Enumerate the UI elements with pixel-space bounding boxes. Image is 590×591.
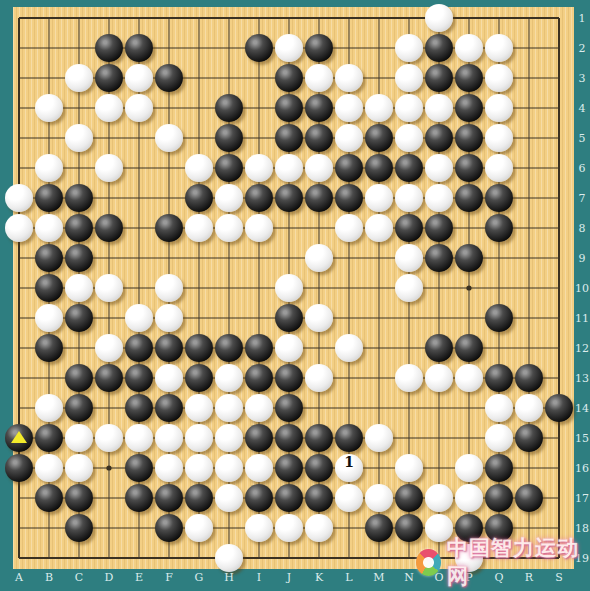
black-stone-Q7[interactable] bbox=[485, 184, 513, 212]
black-stone-D3[interactable] bbox=[95, 64, 123, 92]
white-stone-J2[interactable] bbox=[275, 34, 303, 62]
white-stone-J10[interactable] bbox=[275, 274, 303, 302]
triangle-marker-icon bbox=[11, 431, 27, 443]
black-stone-O5[interactable] bbox=[425, 124, 453, 152]
row-label-10: 10 bbox=[575, 282, 589, 295]
black-stone-P5[interactable] bbox=[455, 124, 483, 152]
row-label-16: 16 bbox=[575, 462, 589, 475]
row-label-9: 9 bbox=[575, 252, 589, 265]
black-stone-D8[interactable] bbox=[95, 214, 123, 242]
white-stone-B8[interactable] bbox=[35, 214, 63, 242]
white-stone-Q15[interactable] bbox=[485, 424, 513, 452]
black-stone-R15[interactable] bbox=[515, 424, 543, 452]
black-stone-L6[interactable] bbox=[335, 154, 363, 182]
white-stone-D10[interactable] bbox=[95, 274, 123, 302]
black-stone-K16[interactable] bbox=[305, 454, 333, 482]
white-stone-E3[interactable] bbox=[125, 64, 153, 92]
black-stone-R17[interactable] bbox=[515, 484, 543, 512]
column-label-A: A bbox=[9, 571, 29, 584]
site-logo-text: 中国智力运动网 bbox=[447, 534, 590, 590]
column-label-D: D bbox=[99, 571, 119, 584]
white-stone-I18[interactable] bbox=[245, 514, 273, 542]
white-stone-L5[interactable] bbox=[335, 124, 363, 152]
white-stone-J18[interactable] bbox=[275, 514, 303, 542]
white-stone-P17[interactable] bbox=[455, 484, 483, 512]
black-stone-N17[interactable] bbox=[395, 484, 423, 512]
white-stone-N5[interactable] bbox=[395, 124, 423, 152]
black-stone-B7[interactable] bbox=[35, 184, 63, 212]
black-stone-F12[interactable] bbox=[155, 334, 183, 362]
white-stone-B16[interactable] bbox=[35, 454, 63, 482]
white-stone-P2[interactable] bbox=[455, 34, 483, 62]
white-stone-D12[interactable] bbox=[95, 334, 123, 362]
black-stone-N18[interactable] bbox=[395, 514, 423, 542]
white-stone-K6[interactable] bbox=[305, 154, 333, 182]
white-stone-G18[interactable] bbox=[185, 514, 213, 542]
move-number-label: 1 bbox=[335, 454, 363, 482]
black-stone-B17[interactable] bbox=[35, 484, 63, 512]
white-stone-N9[interactable] bbox=[395, 244, 423, 272]
white-stone-L17[interactable] bbox=[335, 484, 363, 512]
column-label-L: L bbox=[339, 571, 359, 584]
column-label-B: B bbox=[39, 571, 59, 584]
black-stone-N6[interactable] bbox=[395, 154, 423, 182]
black-stone-P7[interactable] bbox=[455, 184, 483, 212]
white-stone-K13[interactable] bbox=[305, 364, 333, 392]
white-stone-C10[interactable] bbox=[65, 274, 93, 302]
black-stone-Q11[interactable] bbox=[485, 304, 513, 332]
black-stone-O2[interactable] bbox=[425, 34, 453, 62]
black-stone-I7[interactable] bbox=[245, 184, 273, 212]
black-stone-G13[interactable] bbox=[185, 364, 213, 392]
white-stone-F5[interactable] bbox=[155, 124, 183, 152]
mind-sports-network-logo-icon bbox=[416, 549, 441, 576]
white-stone-D6[interactable] bbox=[95, 154, 123, 182]
black-stone-C11[interactable] bbox=[65, 304, 93, 332]
white-stone-N2[interactable] bbox=[395, 34, 423, 62]
black-stone-C8[interactable] bbox=[65, 214, 93, 242]
row-label-15: 15 bbox=[575, 432, 589, 445]
white-stone-Q2[interactable] bbox=[485, 34, 513, 62]
black-stone-P12[interactable] bbox=[455, 334, 483, 362]
black-stone-F3[interactable] bbox=[155, 64, 183, 92]
white-stone-L4[interactable] bbox=[335, 94, 363, 122]
black-stone-K4[interactable] bbox=[305, 94, 333, 122]
white-stone-E4[interactable] bbox=[125, 94, 153, 122]
white-stone-C3[interactable] bbox=[65, 64, 93, 92]
white-stone-B14[interactable] bbox=[35, 394, 63, 422]
black-stone-E14[interactable] bbox=[125, 394, 153, 422]
black-stone-J15[interactable] bbox=[275, 424, 303, 452]
black-stone-O8[interactable] bbox=[425, 214, 453, 242]
white-stone-N16[interactable] bbox=[395, 454, 423, 482]
black-stone-I15[interactable] bbox=[245, 424, 273, 452]
white-stone-P16[interactable] bbox=[455, 454, 483, 482]
black-stone-M6[interactable] bbox=[365, 154, 393, 182]
white-stone-C16[interactable] bbox=[65, 454, 93, 482]
row-label-1: 1 bbox=[575, 12, 589, 25]
black-stone-J14[interactable] bbox=[275, 394, 303, 422]
row-label-2: 2 bbox=[575, 42, 589, 55]
black-stone-B9[interactable] bbox=[35, 244, 63, 272]
white-stone-Q4[interactable] bbox=[485, 94, 513, 122]
column-label-C: C bbox=[69, 571, 89, 584]
black-stone-L15[interactable] bbox=[335, 424, 363, 452]
white-stone-L8[interactable] bbox=[335, 214, 363, 242]
white-stone-K9[interactable] bbox=[305, 244, 333, 272]
column-label-M: M bbox=[369, 571, 389, 584]
black-stone-S14[interactable] bbox=[545, 394, 573, 422]
black-stone-B10[interactable] bbox=[35, 274, 63, 302]
white-stone-E11[interactable] bbox=[125, 304, 153, 332]
black-stone-G7[interactable] bbox=[185, 184, 213, 212]
black-stone-H12[interactable] bbox=[215, 334, 243, 362]
white-stone-H17[interactable] bbox=[215, 484, 243, 512]
white-stone-O1[interactable] bbox=[425, 4, 453, 32]
white-stone-M15[interactable] bbox=[365, 424, 393, 452]
white-stone-L3[interactable] bbox=[335, 64, 363, 92]
white-stone-E15[interactable] bbox=[125, 424, 153, 452]
black-stone-G12[interactable] bbox=[185, 334, 213, 362]
row-label-4: 4 bbox=[575, 102, 589, 115]
white-stone-O4[interactable] bbox=[425, 94, 453, 122]
row-label-13: 13 bbox=[575, 372, 589, 385]
white-stone-H16[interactable] bbox=[215, 454, 243, 482]
black-stone-O3[interactable] bbox=[425, 64, 453, 92]
black-stone-F17[interactable] bbox=[155, 484, 183, 512]
white-stone-M7[interactable] bbox=[365, 184, 393, 212]
black-stone-Q16[interactable] bbox=[485, 454, 513, 482]
white-stone-I8[interactable] bbox=[245, 214, 273, 242]
white-stone-D15[interactable] bbox=[95, 424, 123, 452]
white-stone-F13[interactable] bbox=[155, 364, 183, 392]
black-stone-H4[interactable] bbox=[215, 94, 243, 122]
white-stone-Q6[interactable] bbox=[485, 154, 513, 182]
column-label-E: E bbox=[129, 571, 149, 584]
white-stone-A8[interactable] bbox=[5, 214, 33, 242]
row-label-3: 3 bbox=[575, 72, 589, 85]
black-stone-H5[interactable] bbox=[215, 124, 243, 152]
white-stone-N4[interactable] bbox=[395, 94, 423, 122]
white-stone-H19[interactable] bbox=[215, 544, 243, 572]
black-stone-C13[interactable] bbox=[65, 364, 93, 392]
black-stone-J3[interactable] bbox=[275, 64, 303, 92]
white-stone-A7[interactable] bbox=[5, 184, 33, 212]
black-stone-E16[interactable] bbox=[125, 454, 153, 482]
column-label-G: G bbox=[189, 571, 209, 584]
black-stone-H6[interactable] bbox=[215, 154, 243, 182]
white-stone-F10[interactable] bbox=[155, 274, 183, 302]
white-stone-I6[interactable] bbox=[245, 154, 273, 182]
white-stone-O6[interactable] bbox=[425, 154, 453, 182]
black-stone-M18[interactable] bbox=[365, 514, 393, 542]
row-label-5: 5 bbox=[575, 132, 589, 145]
black-stone-P9[interactable] bbox=[455, 244, 483, 272]
black-stone-E13[interactable] bbox=[125, 364, 153, 392]
site-logo[interactable]: 中国智力运动网 bbox=[416, 545, 590, 579]
column-label-H: H bbox=[219, 571, 239, 584]
white-stone-O17[interactable] bbox=[425, 484, 453, 512]
black-stone-E17[interactable] bbox=[125, 484, 153, 512]
white-stone-O13[interactable] bbox=[425, 364, 453, 392]
black-stone-A16[interactable] bbox=[5, 454, 33, 482]
black-stone-L7[interactable] bbox=[335, 184, 363, 212]
white-stone-K18[interactable] bbox=[305, 514, 333, 542]
white-stone-B6[interactable] bbox=[35, 154, 63, 182]
white-stone-R14[interactable] bbox=[515, 394, 543, 422]
white-stone-G15[interactable] bbox=[185, 424, 213, 452]
black-stone-K2[interactable] bbox=[305, 34, 333, 62]
column-label-F: F bbox=[159, 571, 179, 584]
black-stone-B12[interactable] bbox=[35, 334, 63, 362]
white-stone-N7[interactable] bbox=[395, 184, 423, 212]
white-stone-L12[interactable] bbox=[335, 334, 363, 362]
black-stone-D13[interactable] bbox=[95, 364, 123, 392]
white-stone-H15[interactable] bbox=[215, 424, 243, 452]
black-stone-J17[interactable] bbox=[275, 484, 303, 512]
white-stone-Q5[interactable] bbox=[485, 124, 513, 152]
black-stone-J4[interactable] bbox=[275, 94, 303, 122]
white-stone-H8[interactable] bbox=[215, 214, 243, 242]
white-stone-G14[interactable] bbox=[185, 394, 213, 422]
go-game-screenshot: 1 ABCDEFGHIJKLMNOPQRS 123456789101112131… bbox=[0, 0, 590, 591]
black-stone-C7[interactable] bbox=[65, 184, 93, 212]
black-stone-F14[interactable] bbox=[155, 394, 183, 422]
column-label-K: K bbox=[309, 571, 329, 584]
white-stone-F11[interactable] bbox=[155, 304, 183, 332]
white-stone-N10[interactable] bbox=[395, 274, 423, 302]
row-label-17: 17 bbox=[575, 492, 589, 505]
white-stone-P13[interactable] bbox=[455, 364, 483, 392]
black-stone-I12[interactable] bbox=[245, 334, 273, 362]
white-stone-Q14[interactable] bbox=[485, 394, 513, 422]
black-stone-I17[interactable] bbox=[245, 484, 273, 512]
column-label-J: J bbox=[279, 571, 299, 584]
black-stone-Q13[interactable] bbox=[485, 364, 513, 392]
row-label-12: 12 bbox=[575, 342, 589, 355]
row-label-8: 8 bbox=[575, 222, 589, 235]
black-stone-P4[interactable] bbox=[455, 94, 483, 122]
white-stone-K3[interactable] bbox=[305, 64, 333, 92]
black-stone-F8[interactable] bbox=[155, 214, 183, 242]
white-stone-B4[interactable] bbox=[35, 94, 63, 122]
black-stone-J5[interactable] bbox=[275, 124, 303, 152]
white-stone-K11[interactable] bbox=[305, 304, 333, 332]
white-stone-M8[interactable] bbox=[365, 214, 393, 242]
black-stone-O9[interactable] bbox=[425, 244, 453, 272]
white-stone-F15[interactable] bbox=[155, 424, 183, 452]
white-stone-I16[interactable] bbox=[245, 454, 273, 482]
black-stone-J7[interactable] bbox=[275, 184, 303, 212]
white-stone-H14[interactable] bbox=[215, 394, 243, 422]
black-stone-B15[interactable] bbox=[35, 424, 63, 452]
black-stone-C9[interactable] bbox=[65, 244, 93, 272]
white-stone-H13[interactable] bbox=[215, 364, 243, 392]
black-stone-F18[interactable] bbox=[155, 514, 183, 542]
white-stone-G16[interactable] bbox=[185, 454, 213, 482]
white-stone-Q3[interactable] bbox=[485, 64, 513, 92]
white-stone-H7[interactable] bbox=[215, 184, 243, 212]
white-stone-M4[interactable] bbox=[365, 94, 393, 122]
black-stone-G17[interactable] bbox=[185, 484, 213, 512]
black-stone-C18[interactable] bbox=[65, 514, 93, 542]
black-stone-N8[interactable] bbox=[395, 214, 423, 242]
black-stone-K15[interactable] bbox=[305, 424, 333, 452]
black-stone-I13[interactable] bbox=[245, 364, 273, 392]
white-stone-N3[interactable] bbox=[395, 64, 423, 92]
column-label-I: I bbox=[249, 571, 269, 584]
black-stone-E12[interactable] bbox=[125, 334, 153, 362]
black-stone-K17[interactable] bbox=[305, 484, 333, 512]
white-stone-G8[interactable] bbox=[185, 214, 213, 242]
black-stone-K7[interactable] bbox=[305, 184, 333, 212]
black-stone-C17[interactable] bbox=[65, 484, 93, 512]
row-label-14: 14 bbox=[575, 402, 589, 415]
white-stone-C5[interactable] bbox=[65, 124, 93, 152]
white-stone-O7[interactable] bbox=[425, 184, 453, 212]
white-stone-I14[interactable] bbox=[245, 394, 273, 422]
black-stone-D2[interactable] bbox=[95, 34, 123, 62]
white-stone-N13[interactable] bbox=[395, 364, 423, 392]
black-stone-P3[interactable] bbox=[455, 64, 483, 92]
black-stone-O12[interactable] bbox=[425, 334, 453, 362]
black-stone-E2[interactable] bbox=[125, 34, 153, 62]
black-stone-K5[interactable] bbox=[305, 124, 333, 152]
black-stone-J11[interactable] bbox=[275, 304, 303, 332]
white-stone-G6[interactable] bbox=[185, 154, 213, 182]
row-label-6: 6 bbox=[575, 162, 589, 175]
white-stone-D4[interactable] bbox=[95, 94, 123, 122]
black-stone-C14[interactable] bbox=[65, 394, 93, 422]
black-stone-M5[interactable] bbox=[365, 124, 393, 152]
black-stone-P6[interactable] bbox=[455, 154, 483, 182]
black-stone-Q8[interactable] bbox=[485, 214, 513, 242]
row-label-11: 11 bbox=[575, 312, 589, 325]
black-stone-I2[interactable] bbox=[245, 34, 273, 62]
black-stone-J13[interactable] bbox=[275, 364, 303, 392]
white-stone-C15[interactable] bbox=[65, 424, 93, 452]
white-stone-J6[interactable] bbox=[275, 154, 303, 182]
white-stone-J12[interactable] bbox=[275, 334, 303, 362]
black-stone-J16[interactable] bbox=[275, 454, 303, 482]
white-stone-M17[interactable] bbox=[365, 484, 393, 512]
white-stone-B11[interactable] bbox=[35, 304, 63, 332]
black-stone-R13[interactable] bbox=[515, 364, 543, 392]
white-stone-F16[interactable] bbox=[155, 454, 183, 482]
row-label-7: 7 bbox=[575, 192, 589, 205]
black-stone-Q17[interactable] bbox=[485, 484, 513, 512]
